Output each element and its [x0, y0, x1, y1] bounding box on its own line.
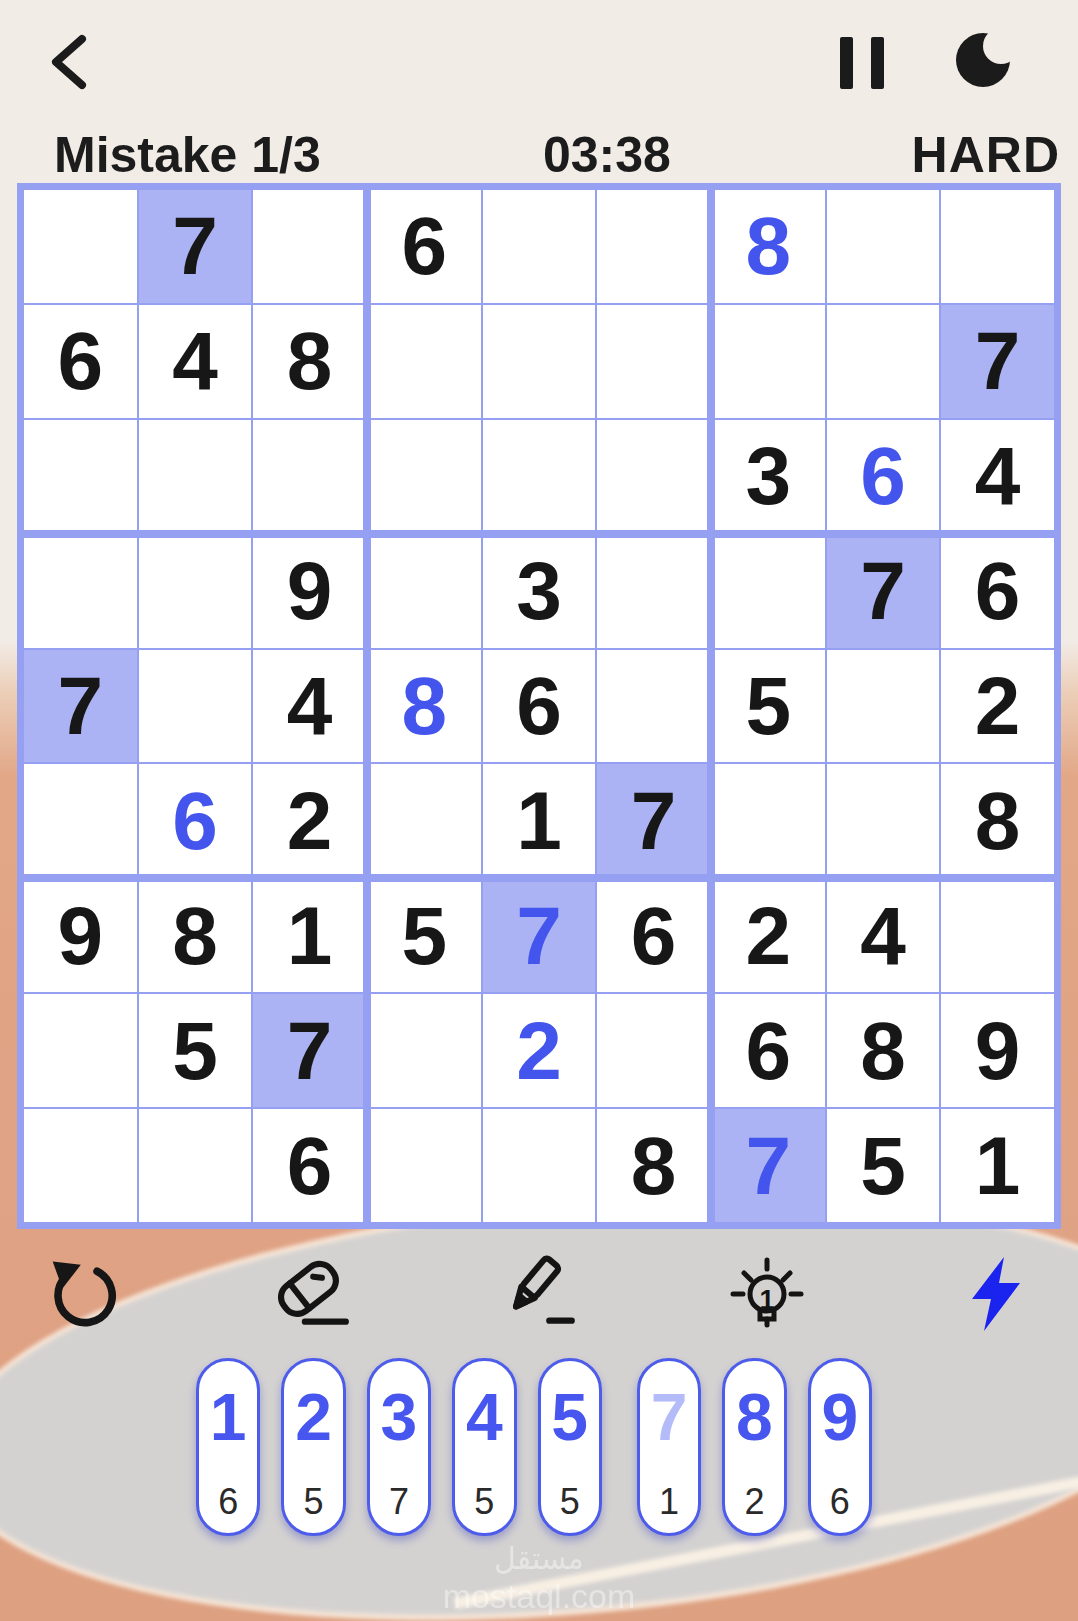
- cell-r7c8[interactable]: 4: [827, 879, 940, 992]
- numpad-4[interactable]: 45: [452, 1358, 516, 1536]
- cell-r8c4[interactable]: [368, 994, 481, 1107]
- numpad-2[interactable]: 25: [281, 1358, 345, 1536]
- cell-r4c7[interactable]: [712, 535, 825, 648]
- cell-r5c6[interactable]: [597, 650, 710, 763]
- notes-button[interactable]: [496, 1251, 582, 1337]
- box-border-horizontal-2: [24, 874, 1054, 882]
- cell-r6c5[interactable]: 1: [483, 764, 596, 877]
- watermark: مستقل mostaql.com: [0, 1542, 1078, 1616]
- cell-r9c3[interactable]: 6: [253, 1109, 366, 1222]
- erase-button[interactable]: [268, 1251, 354, 1337]
- undo-icon: [44, 1255, 122, 1333]
- cell-r6c9[interactable]: 8: [941, 764, 1054, 877]
- cell-r9c9[interactable]: 1: [941, 1109, 1054, 1222]
- numpad-digit: 3: [370, 1379, 428, 1455]
- cell-r8c7[interactable]: 6: [712, 994, 825, 1107]
- cell-r2c7[interactable]: [712, 305, 825, 418]
- numpad-remaining-count: 7: [370, 1481, 428, 1523]
- cell-r4c1[interactable]: [24, 535, 137, 648]
- cell-r4c5[interactable]: 3: [483, 535, 596, 648]
- cell-r6c6[interactable]: 7: [597, 764, 710, 877]
- watermark-url: mostaql.com: [0, 1577, 1078, 1616]
- cell-r7c7[interactable]: 2: [712, 879, 825, 992]
- toolbar: 1: [40, 1248, 1038, 1340]
- cell-r1c2[interactable]: 7: [139, 190, 252, 303]
- cell-r3c9[interactable]: 4: [941, 420, 1054, 533]
- app-screen: مستقل mostaql.com Mistake 1/3 03:38 HARD…: [0, 0, 1078, 1621]
- numpad-8[interactable]: 82: [722, 1358, 786, 1536]
- numpad-digit: 2: [284, 1379, 342, 1455]
- cell-r2c8[interactable]: [827, 305, 940, 418]
- cell-r3c3[interactable]: [253, 420, 366, 533]
- cell-r3c5[interactable]: [483, 420, 596, 533]
- cell-r5c3[interactable]: 4: [253, 650, 366, 763]
- cell-r3c7[interactable]: 3: [712, 420, 825, 533]
- numpad-3[interactable]: 37: [367, 1358, 431, 1536]
- pencil-icon: [498, 1253, 580, 1335]
- top-bar: [0, 0, 1078, 110]
- eraser-icon: [270, 1253, 352, 1335]
- numpad-digit: 9: [811, 1379, 869, 1455]
- numpad-9[interactable]: 96: [808, 1358, 872, 1536]
- cell-r7c9[interactable]: [941, 879, 1054, 992]
- sudoku-board: 7686487364937674865262178981576245726896…: [17, 183, 1061, 1229]
- hint-button[interactable]: 1: [724, 1251, 810, 1337]
- status-row: Mistake 1/3 03:38 HARD: [0, 126, 1078, 184]
- numpad-digit: 5: [541, 1379, 599, 1455]
- cell-r4c8[interactable]: 7: [827, 535, 940, 648]
- cell-r5c9[interactable]: 2: [941, 650, 1054, 763]
- back-chevron-icon: [42, 32, 102, 92]
- mistake-counter: Mistake 1/3: [54, 126, 321, 184]
- cell-r3c1[interactable]: [24, 420, 137, 533]
- cell-r1c4[interactable]: 6: [368, 190, 481, 303]
- difficulty-label: HARD: [912, 126, 1060, 184]
- numpad-digit: 8: [725, 1379, 783, 1455]
- cell-r9c4[interactable]: [368, 1109, 481, 1222]
- cell-r6c4[interactable]: [368, 764, 481, 877]
- cell-r3c2[interactable]: [139, 420, 252, 533]
- cell-r8c9[interactable]: 9: [941, 994, 1054, 1107]
- numpad-digit: 1: [199, 1379, 257, 1455]
- moon-icon: [954, 28, 1016, 90]
- numpad-1[interactable]: 16: [196, 1358, 260, 1536]
- cell-r1c5[interactable]: [483, 190, 596, 303]
- cell-r7c6[interactable]: 6: [597, 879, 710, 992]
- numpad-remaining-count: 5: [541, 1481, 599, 1523]
- cell-r7c1[interactable]: 9: [24, 879, 137, 992]
- numpad-remaining-count: 2: [725, 1481, 783, 1523]
- cell-r9c1[interactable]: [24, 1109, 137, 1222]
- cell-r3c4[interactable]: [368, 420, 481, 533]
- cell-r8c3[interactable]: 7: [253, 994, 366, 1107]
- timer: 03:38: [543, 126, 671, 184]
- undo-button[interactable]: [40, 1251, 126, 1337]
- cell-r5c2[interactable]: [139, 650, 252, 763]
- cell-r1c7[interactable]: 8: [712, 190, 825, 303]
- cell-r9c6[interactable]: 8: [597, 1109, 710, 1222]
- cell-r2c5[interactable]: [483, 305, 596, 418]
- cell-r6c1[interactable]: [24, 764, 137, 877]
- cell-r5c7[interactable]: 5: [712, 650, 825, 763]
- cell-r5c5[interactable]: 6: [483, 650, 596, 763]
- box-border-vertical-1: [363, 190, 371, 1222]
- cell-r1c1[interactable]: [24, 190, 137, 303]
- numpad-digit: 4: [455, 1379, 513, 1455]
- cell-r9c5[interactable]: [483, 1109, 596, 1222]
- numpad-7[interactable]: 71: [637, 1358, 701, 1536]
- cell-r2c2[interactable]: 4: [139, 305, 252, 418]
- cell-r4c9[interactable]: 6: [941, 535, 1054, 648]
- cell-r3c6[interactable]: [597, 420, 710, 533]
- watermark-arabic: مستقل: [0, 1542, 1078, 1577]
- cell-r2c1[interactable]: 6: [24, 305, 137, 418]
- cell-r4c3[interactable]: 9: [253, 535, 366, 648]
- pause-button[interactable]: [840, 37, 884, 89]
- numpad-remaining-count: 5: [284, 1481, 342, 1523]
- cell-r1c3[interactable]: [253, 190, 366, 303]
- cell-r6c2[interactable]: 6: [139, 764, 252, 877]
- cell-r1c6[interactable]: [597, 190, 710, 303]
- cell-r7c5[interactable]: 7: [483, 879, 596, 992]
- cell-r8c8[interactable]: 8: [827, 994, 940, 1107]
- cell-r7c2[interactable]: 8: [139, 879, 252, 992]
- cell-r4c2[interactable]: [139, 535, 252, 648]
- numpad-remaining-count: 6: [199, 1481, 257, 1523]
- cell-r1c9[interactable]: [941, 190, 1054, 303]
- cell-r7c3[interactable]: 1: [253, 879, 366, 992]
- cell-r4c6[interactable]: [597, 535, 710, 648]
- cell-r1c8[interactable]: [827, 190, 940, 303]
- cell-r8c2[interactable]: 5: [139, 994, 252, 1107]
- cell-r9c2[interactable]: [139, 1109, 252, 1222]
- pause-icon: [840, 37, 853, 89]
- cell-r8c1[interactable]: [24, 994, 137, 1107]
- lightning-icon: [960, 1255, 1030, 1333]
- fast-mode-button[interactable]: [952, 1251, 1038, 1337]
- numpad-remaining-count: 5: [455, 1481, 513, 1523]
- numpad-5[interactable]: 55: [538, 1358, 602, 1536]
- numpad: 1625374555718296: [196, 1358, 872, 1536]
- cell-r4c4[interactable]: [368, 535, 481, 648]
- cell-r5c4[interactable]: 8: [368, 650, 481, 763]
- box-border-horizontal-1: [24, 530, 1054, 538]
- cell-r2c6[interactable]: [597, 305, 710, 418]
- cell-r5c1[interactable]: 7: [24, 650, 137, 763]
- cell-r8c6[interactable]: [597, 994, 710, 1107]
- numpad-digit: 7: [640, 1379, 698, 1455]
- cell-r8c5[interactable]: 2: [483, 994, 596, 1107]
- numpad-remaining-count: 6: [811, 1481, 869, 1523]
- cell-r5c8[interactable]: [827, 650, 940, 763]
- back-button[interactable]: [42, 32, 102, 92]
- cell-r6c3[interactable]: 2: [253, 764, 366, 877]
- sudoku-grid: 7686487364937674865262178981576245726896…: [24, 190, 1054, 1222]
- cell-r9c8[interactable]: 5: [827, 1109, 940, 1222]
- cell-r7c4[interactable]: 5: [368, 879, 481, 992]
- cell-r9c7[interactable]: 7: [712, 1109, 825, 1222]
- cell-r2c3[interactable]: 8: [253, 305, 366, 418]
- numpad-remaining-count: 1: [640, 1481, 698, 1523]
- cell-r6c8[interactable]: [827, 764, 940, 877]
- dark-mode-button[interactable]: [954, 28, 1016, 90]
- box-border-vertical-2: [707, 190, 715, 1222]
- cell-r3c8[interactable]: 6: [827, 420, 940, 533]
- cell-r2c9[interactable]: 7: [941, 305, 1054, 418]
- cell-r2c4[interactable]: [368, 305, 481, 418]
- cell-r6c7[interactable]: [712, 764, 825, 877]
- hint-count-badge: 1: [759, 1285, 774, 1316]
